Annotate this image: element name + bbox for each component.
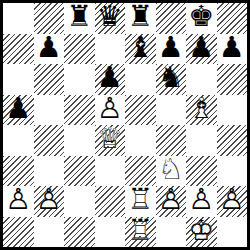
black-piece-glyph: ♞ [158,64,184,93]
square-h5[interactable] [217,95,248,126]
piece-white-pawn: ♟♙ [156,186,187,217]
white-piece-outline-layer: ♙ [97,95,123,124]
black-piece-glyph: ♟ [158,34,184,63]
square-d8[interactable]: ♛ [95,3,126,34]
white-piece-outline-layer: ♙ [158,186,184,215]
square-h3[interactable] [217,156,248,187]
square-d4[interactable]: ♛♕ [95,125,126,156]
square-h6[interactable] [217,64,248,95]
square-e8[interactable]: ♜ [125,3,156,34]
square-c1[interactable] [64,217,95,248]
piece-white-bishop: ♝♗ [186,95,217,126]
square-a1[interactable] [3,217,34,248]
square-c4[interactable] [64,125,95,156]
white-piece-outline-layer: ♙ [5,186,31,215]
square-d6[interactable]: ♟ [95,64,126,95]
square-b8[interactable] [34,3,65,34]
square-g2[interactable]: ♟♙ [186,186,217,217]
square-h7[interactable]: ♟ [217,34,248,65]
square-f8[interactable] [156,3,187,34]
piece-black-rook: ♜ [125,3,156,34]
square-g3[interactable] [186,156,217,187]
square-e4[interactable] [125,125,156,156]
white-piece-outline-layer: ♔ [188,217,214,246]
square-g4[interactable] [186,125,217,156]
square-g5[interactable]: ♝♗ [186,95,217,126]
square-h2[interactable]: ♟♙ [217,186,248,217]
square-a2[interactable]: ♟♙ [3,186,34,217]
piece-white-rook: ♜♖ [125,186,156,217]
piece-white-knight: ♞♘ [156,156,187,187]
white-piece-outline-layer: ♗ [188,95,214,124]
square-d1[interactable] [95,217,126,248]
square-b6[interactable] [34,64,65,95]
square-a7[interactable] [3,34,34,65]
square-g8[interactable]: ♚ [186,3,217,34]
square-e6[interactable] [125,64,156,95]
piece-white-pawn: ♟♙ [217,186,248,217]
square-a3[interactable] [3,156,34,187]
square-d5[interactable]: ♟♙ [95,95,126,126]
chess-board: ♜♛♜♚♟♝♟♟♟♟♞♟♟♙♝♗♛♕♞♘♟♙♟♙♜♖♟♙♟♙♟♙♜♖♚♔ [0,0,250,250]
piece-black-pawn: ♟ [156,34,187,65]
piece-black-rook: ♜ [64,3,95,34]
square-f2[interactable]: ♟♙ [156,186,187,217]
white-piece-outline-layer: ♙ [219,186,245,215]
piece-black-bishop: ♝ [125,34,156,65]
square-c6[interactable] [64,64,95,95]
square-a6[interactable] [3,64,34,95]
white-piece-outline-layer: ♙ [36,186,62,215]
piece-white-pawn: ♟♙ [3,186,34,217]
piece-black-king: ♚ [186,3,217,34]
square-g1[interactable]: ♚♔ [186,217,217,248]
square-f5[interactable] [156,95,187,126]
square-a8[interactable] [3,3,34,34]
white-piece-outline-layer: ♕ [97,125,123,154]
piece-black-pawn: ♟ [3,95,34,126]
black-piece-glyph: ♜ [66,3,92,32]
square-d2[interactable] [95,186,126,217]
piece-white-rook: ♜♖ [125,217,156,248]
square-b4[interactable] [34,125,65,156]
square-a5[interactable]: ♟ [3,95,34,126]
piece-white-pawn: ♟♙ [186,186,217,217]
square-f3[interactable]: ♞♘ [156,156,187,187]
piece-white-pawn: ♟♙ [95,95,126,126]
black-piece-glyph: ♟ [188,34,214,63]
square-e1[interactable]: ♜♖ [125,217,156,248]
square-h8[interactable] [217,3,248,34]
square-b3[interactable] [34,156,65,187]
white-piece-outline-layer: ♖ [127,217,153,246]
square-f6[interactable]: ♞ [156,64,187,95]
square-e3[interactable] [125,156,156,187]
square-b1[interactable] [34,217,65,248]
piece-black-pawn: ♟ [34,34,65,65]
square-c3[interactable] [64,156,95,187]
square-g6[interactable] [186,64,217,95]
square-c2[interactable] [64,186,95,217]
white-piece-outline-layer: ♙ [188,186,214,215]
square-d3[interactable] [95,156,126,187]
square-g7[interactable]: ♟ [186,34,217,65]
black-piece-glyph: ♟ [5,95,31,124]
board-grid: ♜♛♜♚♟♝♟♟♟♟♞♟♟♙♝♗♛♕♞♘♟♙♟♙♜♖♟♙♟♙♟♙♜♖♚♔ [3,3,247,247]
black-piece-glyph: ♟ [219,34,245,63]
piece-white-pawn: ♟♙ [34,186,65,217]
square-b5[interactable] [34,95,65,126]
white-piece-outline-layer: ♘ [158,156,184,185]
black-piece-glyph: ♛ [97,3,123,32]
square-e7[interactable]: ♝ [125,34,156,65]
piece-black-knight: ♞ [156,64,187,95]
square-b7[interactable]: ♟ [34,34,65,65]
black-piece-glyph: ♚ [188,3,214,32]
square-f4[interactable] [156,125,187,156]
square-b2[interactable]: ♟♙ [34,186,65,217]
black-piece-glyph: ♜ [127,3,153,32]
black-piece-glyph: ♟ [97,64,123,93]
black-piece-glyph: ♟ [36,34,62,63]
black-piece-glyph: ♝ [127,34,153,63]
square-f7[interactable]: ♟ [156,34,187,65]
square-e2[interactable]: ♜♖ [125,186,156,217]
square-a4[interactable] [3,125,34,156]
piece-white-queen: ♛♕ [95,125,126,156]
square-e5[interactable] [125,95,156,126]
piece-black-pawn: ♟ [186,34,217,65]
square-d7[interactable] [95,34,126,65]
square-h4[interactable] [217,125,248,156]
square-h1[interactable] [217,217,248,248]
square-f1[interactable] [156,217,187,248]
piece-black-pawn: ♟ [95,64,126,95]
piece-black-queen: ♛ [95,3,126,34]
square-c7[interactable] [64,34,95,65]
piece-black-pawn: ♟ [217,34,248,65]
piece-white-king: ♚♔ [186,217,217,248]
square-c5[interactable] [64,95,95,126]
square-c8[interactable]: ♜ [64,3,95,34]
white-piece-outline-layer: ♖ [127,186,153,215]
